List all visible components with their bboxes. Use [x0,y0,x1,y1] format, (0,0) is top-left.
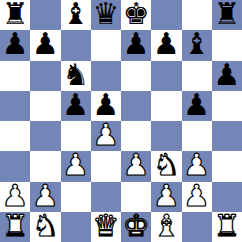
black-pawn-g5[interactable]: ♟ [183,90,210,120]
square-f7[interactable]: ♟ [151,30,181,60]
black-rook-h8[interactable]: ♜ [213,0,240,29]
square-g2[interactable]: ♟ [182,182,212,212]
square-b5[interactable] [30,91,60,121]
square-e7[interactable]: ♟ [121,30,151,60]
square-d7[interactable] [91,30,121,60]
black-pawn-a7[interactable]: ♟ [2,29,29,59]
black-rook-a8[interactable]: ♜ [2,0,29,29]
white-pawn-f2[interactable]: ♟ [153,181,180,211]
square-b6[interactable] [30,61,60,91]
black-pawn-c5[interactable]: ♟ [62,90,89,120]
square-a4[interactable] [0,121,30,151]
square-g5[interactable]: ♟ [182,91,212,121]
square-h8[interactable]: ♜ [212,0,242,30]
white-pawn-c3[interactable]: ♟ [62,150,89,180]
white-pawn-e3[interactable]: ♟ [123,150,150,180]
square-a1[interactable]: ♜ [0,212,30,242]
white-pawn-d4[interactable]: ♟ [92,120,119,150]
black-pawn-e7[interactable]: ♟ [123,29,150,59]
square-f6[interactable] [151,61,181,91]
square-c3[interactable]: ♟ [61,151,91,181]
square-e6[interactable] [121,61,151,91]
square-h5[interactable] [212,91,242,121]
white-queen-d1[interactable]: ♛ [92,211,119,241]
square-d3[interactable] [91,151,121,181]
square-e1[interactable]: ♚ [121,212,151,242]
square-f5[interactable] [151,91,181,121]
square-h1[interactable]: ♜ [212,212,242,242]
black-queen-d8[interactable]: ♛ [92,0,119,29]
white-knight-b1[interactable]: ♞ [32,211,59,241]
black-pawn-d5[interactable]: ♟ [92,90,119,120]
black-king-e8[interactable]: ♚ [123,0,150,29]
square-f1[interactable]: ♝ [151,212,181,242]
square-a5[interactable] [0,91,30,121]
chess-board: ♜♝♛♚♜♟♟♟♟♝♞♟♟♟♟♟♟♟♞♟♟♟♟♟♜♞♛♚♝♜ [0,0,242,242]
square-h3[interactable] [212,151,242,181]
white-rook-h1[interactable]: ♜ [213,211,240,241]
white-king-e1[interactable]: ♚ [123,211,150,241]
white-pawn-g3[interactable]: ♟ [183,150,210,180]
square-c8[interactable]: ♝ [61,0,91,30]
square-d4[interactable]: ♟ [91,121,121,151]
square-h4[interactable] [212,121,242,151]
white-pawn-g2[interactable]: ♟ [183,181,210,211]
black-bishop-c8[interactable]: ♝ [62,0,89,29]
square-a7[interactable]: ♟ [0,30,30,60]
white-rook-a1[interactable]: ♜ [2,211,29,241]
white-bishop-f1[interactable]: ♝ [153,211,180,241]
square-g1[interactable] [182,212,212,242]
black-bishop-g7[interactable]: ♝ [183,29,210,59]
square-c2[interactable] [61,182,91,212]
black-pawn-h6[interactable]: ♟ [213,60,240,90]
white-pawn-b2[interactable]: ♟ [32,181,59,211]
white-knight-f3[interactable]: ♞ [153,150,180,180]
square-h6[interactable]: ♟ [212,61,242,91]
white-pawn-a2[interactable]: ♟ [2,181,29,211]
black-pawn-b7[interactable]: ♟ [32,29,59,59]
square-e3[interactable]: ♟ [121,151,151,181]
square-c5[interactable]: ♟ [61,91,91,121]
square-a6[interactable] [0,61,30,91]
square-c1[interactable] [61,212,91,242]
square-b7[interactable]: ♟ [30,30,60,60]
square-b1[interactable]: ♞ [30,212,60,242]
chess-board-window: ♜♝♛♚♜♟♟♟♟♝♞♟♟♟♟♟♟♟♞♟♟♟♟♟♜♞♛♚♝♜ [0,0,242,242]
black-knight-c6[interactable]: ♞ [62,60,89,90]
black-pawn-f7[interactable]: ♟ [153,29,180,59]
square-e5[interactable] [121,91,151,121]
square-d1[interactable]: ♛ [91,212,121,242]
square-g7[interactable]: ♝ [182,30,212,60]
square-b4[interactable] [30,121,60,151]
square-d8[interactable]: ♛ [91,0,121,30]
